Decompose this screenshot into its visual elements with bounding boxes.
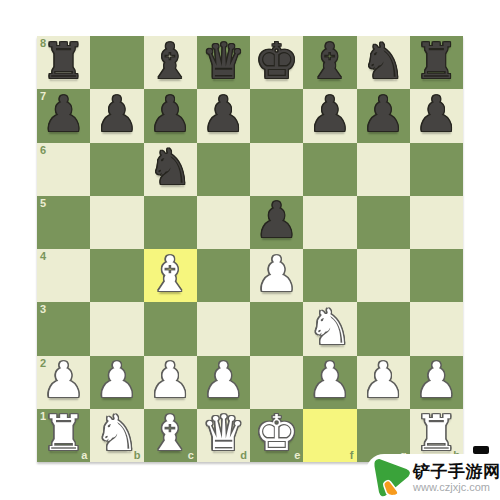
square-d8[interactable]: ♛	[197, 36, 250, 89]
piece-black-rook[interactable]: ♜	[414, 37, 458, 86]
piece-white-pawn[interactable]: ♟	[361, 356, 405, 405]
chess-board[interactable]: 8♜♝♛♚♝♞♜7♟♟♟♟♟♟♟6♞5♟4♝♟3♞2♟♟♟♟♟♟♟1a♜b♞c♝…	[37, 36, 463, 462]
square-c8[interactable]: ♝	[144, 36, 197, 89]
piece-white-knight[interactable]: ♞	[308, 303, 352, 352]
square-a8[interactable]: 8♜	[37, 36, 90, 89]
file-label-b: b	[134, 450, 141, 461]
square-e2[interactable]	[250, 356, 303, 409]
piece-black-queen[interactable]: ♛	[201, 37, 245, 86]
square-f7[interactable]: ♟	[303, 89, 356, 142]
piece-white-pawn[interactable]: ♟	[414, 356, 458, 405]
square-b1[interactable]: b♞	[90, 409, 143, 462]
piece-black-pawn[interactable]: ♟	[361, 90, 405, 139]
square-h3[interactable]	[410, 302, 463, 355]
square-f6[interactable]	[303, 143, 356, 196]
square-h2[interactable]: ♟	[410, 356, 463, 409]
square-h8[interactable]: ♜	[410, 36, 463, 89]
rank-label-3: 3	[40, 304, 46, 315]
piece-black-bishop[interactable]: ♝	[148, 37, 192, 86]
square-c6[interactable]: ♞	[144, 143, 197, 196]
square-a5[interactable]: 5	[37, 196, 90, 249]
square-b4[interactable]	[90, 249, 143, 302]
square-b7[interactable]: ♟	[90, 89, 143, 142]
square-g3[interactable]	[357, 302, 410, 355]
square-f8[interactable]: ♝	[303, 36, 356, 89]
square-a7[interactable]: 7♟	[37, 89, 90, 142]
square-d4[interactable]	[197, 249, 250, 302]
square-a2[interactable]: 2♟	[37, 356, 90, 409]
rank-label-1: 1	[40, 411, 46, 422]
square-d5[interactable]	[197, 196, 250, 249]
square-f1[interactable]: f	[303, 409, 356, 462]
square-b5[interactable]	[90, 196, 143, 249]
square-f3[interactable]: ♞	[303, 302, 356, 355]
square-c1[interactable]: c♝	[144, 409, 197, 462]
piece-black-pawn[interactable]: ♟	[255, 196, 299, 245]
square-c3[interactable]	[144, 302, 197, 355]
square-d2[interactable]: ♟	[197, 356, 250, 409]
piece-black-pawn[interactable]: ♟	[148, 90, 192, 139]
square-g6[interactable]	[357, 143, 410, 196]
square-d6[interactable]	[197, 143, 250, 196]
square-c5[interactable]	[144, 196, 197, 249]
rank-label-5: 5	[40, 198, 46, 209]
watermark: 铲子手游网 www.czjxjc.com	[366, 454, 500, 500]
rank-label-6: 6	[40, 145, 46, 156]
piece-black-pawn[interactable]: ♟	[95, 90, 139, 139]
piece-black-pawn[interactable]: ♟	[414, 90, 458, 139]
square-c7[interactable]: ♟	[144, 89, 197, 142]
square-a4[interactable]: 4	[37, 249, 90, 302]
square-b6[interactable]	[90, 143, 143, 196]
piece-white-queen[interactable]: ♛	[201, 409, 245, 458]
piece-white-pawn[interactable]: ♟	[148, 356, 192, 405]
piece-black-bishop[interactable]: ♝	[308, 37, 352, 86]
watermark-site-url: www.czjxjc.com	[413, 481, 500, 493]
square-g4[interactable]	[357, 249, 410, 302]
piece-white-king[interactable]: ♚	[255, 409, 299, 458]
watermark-bar	[473, 446, 489, 454]
piece-black-knight[interactable]: ♞	[148, 143, 192, 192]
piece-white-pawn[interactable]: ♟	[308, 356, 352, 405]
rank-label-2: 2	[40, 358, 46, 369]
square-a3[interactable]: 3	[37, 302, 90, 355]
file-label-f: f	[350, 450, 354, 461]
piece-black-pawn[interactable]: ♟	[201, 90, 245, 139]
rank-label-4: 4	[40, 251, 46, 262]
piece-white-pawn[interactable]: ♟	[95, 356, 139, 405]
piece-black-rook[interactable]: ♜	[42, 37, 86, 86]
square-e6[interactable]	[250, 143, 303, 196]
piece-black-knight[interactable]: ♞	[361, 37, 405, 86]
square-e7[interactable]	[250, 89, 303, 142]
square-b3[interactable]	[90, 302, 143, 355]
rank-label-8: 8	[40, 38, 46, 49]
square-f5[interactable]	[303, 196, 356, 249]
square-h7[interactable]: ♟	[410, 89, 463, 142]
square-a6[interactable]: 6	[37, 143, 90, 196]
square-a1[interactable]: 1a♜	[37, 409, 90, 462]
file-label-a: a	[81, 450, 87, 461]
watermark-site-name: 铲子手游网	[413, 462, 500, 481]
square-g5[interactable]	[357, 196, 410, 249]
square-g2[interactable]: ♟	[357, 356, 410, 409]
piece-white-pawn[interactable]: ♟	[255, 250, 299, 299]
watermark-text: 铲子手游网 www.czjxjc.com	[413, 462, 500, 493]
square-c4[interactable]: ♝	[144, 249, 197, 302]
square-e3[interactable]	[250, 302, 303, 355]
square-e4[interactable]: ♟	[250, 249, 303, 302]
piece-white-rook[interactable]: ♜	[42, 409, 86, 458]
square-g7[interactable]: ♟	[357, 89, 410, 142]
piece-white-knight[interactable]: ♞	[95, 409, 139, 458]
piece-white-rook[interactable]: ♜	[414, 409, 458, 458]
piece-black-pawn[interactable]: ♟	[42, 90, 86, 139]
piece-white-pawn[interactable]: ♟	[201, 356, 245, 405]
square-d7[interactable]: ♟	[197, 89, 250, 142]
square-e8[interactable]: ♚	[250, 36, 303, 89]
square-d1[interactable]: d♛	[197, 409, 250, 462]
square-b2[interactable]: ♟	[90, 356, 143, 409]
piece-black-king[interactable]: ♚	[255, 37, 299, 86]
square-g8[interactable]: ♞	[357, 36, 410, 89]
piece-white-bishop[interactable]: ♝	[148, 250, 192, 299]
square-f4[interactable]	[303, 249, 356, 302]
square-e5[interactable]: ♟	[250, 196, 303, 249]
square-c2[interactable]: ♟	[144, 356, 197, 409]
shovel-logo-icon	[371, 456, 411, 498]
square-d3[interactable]	[197, 302, 250, 355]
square-h6[interactable]	[410, 143, 463, 196]
piece-white-bishop[interactable]: ♝	[148, 409, 192, 458]
piece-white-pawn[interactable]: ♟	[42, 356, 86, 405]
file-label-c: c	[188, 450, 194, 461]
square-h5[interactable]	[410, 196, 463, 249]
file-label-d: d	[240, 450, 247, 461]
square-h4[interactable]	[410, 249, 463, 302]
square-e1[interactable]: e♚	[250, 409, 303, 462]
file-label-e: e	[294, 450, 300, 461]
rank-label-7: 7	[40, 91, 46, 102]
square-f2[interactable]: ♟	[303, 356, 356, 409]
piece-black-pawn[interactable]: ♟	[308, 90, 352, 139]
square-b8[interactable]	[90, 36, 143, 89]
